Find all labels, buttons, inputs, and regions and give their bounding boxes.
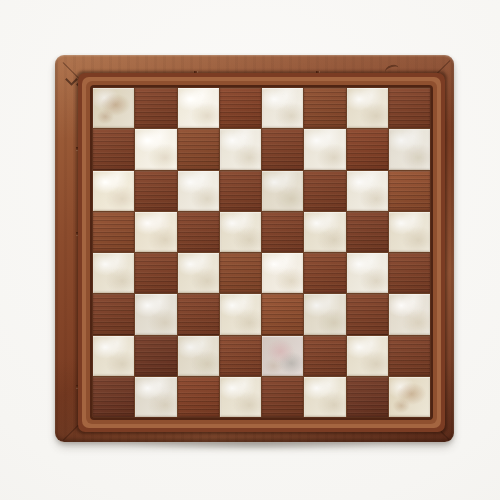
square-a6[interactable] xyxy=(93,171,134,211)
square-e4[interactable] xyxy=(262,253,303,293)
square-b2[interactable] xyxy=(135,336,176,376)
bamboo-node-carving xyxy=(76,147,92,150)
square-f4[interactable] xyxy=(304,253,345,293)
square-g2[interactable] xyxy=(347,336,388,376)
square-e5[interactable] xyxy=(262,212,303,252)
square-h6[interactable] xyxy=(389,171,430,211)
square-b7[interactable] xyxy=(135,129,176,169)
square-d5[interactable] xyxy=(220,212,261,252)
square-b1[interactable] xyxy=(135,377,176,417)
square-a2[interactable] xyxy=(93,336,134,376)
square-e7[interactable] xyxy=(262,129,303,169)
square-g4[interactable] xyxy=(347,253,388,293)
bamboo-node-carving xyxy=(194,71,197,87)
square-c7[interactable] xyxy=(178,129,219,169)
square-g6[interactable] xyxy=(347,171,388,211)
square-d3[interactable] xyxy=(220,294,261,334)
square-f6[interactable] xyxy=(304,171,345,211)
square-b4[interactable] xyxy=(135,253,176,293)
square-e3[interactable] xyxy=(262,294,303,334)
square-a8[interactable] xyxy=(93,88,134,128)
square-e8[interactable] xyxy=(262,88,303,128)
square-e2[interactable] xyxy=(262,336,303,376)
square-g1[interactable] xyxy=(347,377,388,417)
square-f2[interactable] xyxy=(304,336,345,376)
square-g3[interactable] xyxy=(347,294,388,334)
square-b5[interactable] xyxy=(135,212,176,252)
square-h1[interactable] xyxy=(389,377,430,417)
square-f7[interactable] xyxy=(304,129,345,169)
square-b8[interactable] xyxy=(135,88,176,128)
square-c8[interactable] xyxy=(178,88,219,128)
square-f5[interactable] xyxy=(304,212,345,252)
bamboo-node-carving xyxy=(76,385,92,388)
miter-seam-top-right xyxy=(426,60,451,85)
square-d4[interactable] xyxy=(220,253,261,293)
square-a3[interactable] xyxy=(93,294,134,334)
square-d2[interactable] xyxy=(220,336,261,376)
miter-seam-bottom-right xyxy=(426,416,451,441)
miter-seam-bottom-left xyxy=(63,416,88,441)
square-c4[interactable] xyxy=(178,253,219,293)
square-d7[interactable] xyxy=(220,129,261,169)
square-h4[interactable] xyxy=(389,253,430,293)
leaf-carving xyxy=(384,63,400,77)
square-d1[interactable] xyxy=(220,377,261,417)
square-a5[interactable] xyxy=(93,212,134,252)
square-f3[interactable] xyxy=(304,294,345,334)
square-e1[interactable] xyxy=(262,377,303,417)
square-g7[interactable] xyxy=(347,129,388,169)
square-g8[interactable] xyxy=(347,88,388,128)
square-h8[interactable] xyxy=(389,88,430,128)
square-c5[interactable] xyxy=(178,212,219,252)
square-b6[interactable] xyxy=(135,171,176,211)
bamboo-node-carving xyxy=(76,232,92,235)
square-b3[interactable] xyxy=(135,294,176,334)
square-a7[interactable] xyxy=(93,129,134,169)
square-d8[interactable] xyxy=(220,88,261,128)
square-h3[interactable] xyxy=(389,294,430,334)
leaf-carving xyxy=(73,156,87,173)
square-f1[interactable] xyxy=(304,377,345,417)
square-h2[interactable] xyxy=(389,336,430,376)
photo-canvas xyxy=(0,0,500,500)
square-a1[interactable] xyxy=(93,377,134,417)
square-d6[interactable] xyxy=(220,171,261,211)
chessboard-frame xyxy=(55,55,454,442)
square-h7[interactable] xyxy=(389,129,430,169)
square-g5[interactable] xyxy=(347,212,388,252)
square-h5[interactable] xyxy=(389,212,430,252)
bamboo-node-carving xyxy=(316,71,319,87)
square-c6[interactable] xyxy=(178,171,219,211)
square-c3[interactable] xyxy=(178,294,219,334)
square-c2[interactable] xyxy=(178,336,219,376)
square-a4[interactable] xyxy=(93,253,134,293)
leaf-carving xyxy=(73,394,87,411)
square-f8[interactable] xyxy=(304,88,345,128)
chevron-carving xyxy=(76,78,89,91)
square-c1[interactable] xyxy=(178,377,219,417)
square-e6[interactable] xyxy=(262,171,303,211)
board-grid xyxy=(92,87,431,418)
